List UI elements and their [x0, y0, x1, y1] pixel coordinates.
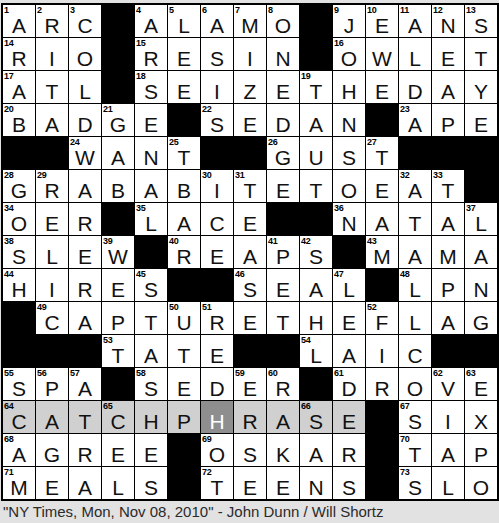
cell-letter: W [69, 146, 101, 169]
grid-cell-r2c3[interactable]: O [69, 38, 101, 70]
cell-letter: E [234, 377, 266, 400]
grid-cell-r13c4[interactable]: 65C [102, 401, 134, 433]
grid-cell-r13c2[interactable]: A [36, 401, 68, 433]
black-cell [102, 203, 134, 235]
cell-letter: L [102, 476, 134, 499]
cell-letter: S [399, 476, 431, 499]
grid-cell-r14c2[interactable]: G [36, 434, 68, 466]
grid-cell-r15c9[interactable]: E [267, 467, 299, 499]
grid-cell-r14c1[interactable]: 68A [3, 434, 35, 466]
grid-cell-r6c4[interactable]: B [102, 170, 134, 202]
grid-cell-r8c2[interactable]: L [36, 236, 68, 268]
grid-cell-r8c3[interactable]: E [69, 236, 101, 268]
cell-letter: P [36, 377, 68, 400]
grid-cell-r5c5[interactable]: N [135, 137, 167, 169]
cell-letter: E [366, 14, 398, 37]
grid-cell-r4c9[interactable]: D [267, 104, 299, 136]
grid-cell-r3c14[interactable]: A [432, 71, 464, 103]
black-cell [300, 368, 332, 400]
grid-cell-r14c15[interactable]: P [465, 434, 497, 466]
grid-cell-r7c1[interactable]: 34O [3, 203, 35, 235]
grid-cell-r4c14[interactable]: P [432, 104, 464, 136]
cell-letter: L [399, 278, 431, 301]
grid-cell-r4c2[interactable]: A [36, 104, 68, 136]
grid-cell-r7c14[interactable]: A [432, 203, 464, 235]
grid-cell-r8c10[interactable]: 42S [300, 236, 332, 268]
grid-cell-r8c7[interactable]: E [201, 236, 233, 268]
grid-cell-r13c3[interactable]: T [69, 401, 101, 433]
cell-letter: R [234, 410, 266, 433]
grid-cell-r13c13[interactable]: 67S [399, 401, 431, 433]
grid-cell-r2c7[interactable]: S [201, 38, 233, 70]
cell-letter: L [168, 14, 200, 37]
grid-cell-r3c2[interactable]: T [36, 71, 68, 103]
cell-letter: A [201, 14, 233, 37]
grid-cell-r9c10[interactable]: A [300, 269, 332, 301]
cell-letter: E [135, 113, 167, 136]
cell-letter: S [135, 80, 167, 103]
grid-cell-r2c9[interactable]: N [267, 38, 299, 70]
cell-letter: H [201, 410, 233, 433]
grid-cell-r7c12[interactable]: A [366, 203, 398, 235]
cell-letter: L [69, 80, 101, 103]
grid-cell-r13c11[interactable]: E [333, 401, 365, 433]
grid-cell-r14c10[interactable]: A [300, 434, 332, 466]
grid-cell-r10c11[interactable]: E [333, 302, 365, 334]
grid-cell-r7c5[interactable]: 35L [135, 203, 167, 235]
black-cell [300, 203, 332, 235]
cell-letter: A [432, 80, 464, 103]
grid-cell-r12c15[interactable]: 63E [465, 368, 497, 400]
grid-cell-r2c12[interactable]: W [366, 38, 398, 70]
grid-cell-r10c4[interactable]: P [102, 302, 134, 334]
cell-letter: A [69, 179, 101, 202]
grid-cell-r12c2[interactable]: 56P [36, 368, 68, 400]
grid-cell-r10c8[interactable]: E [234, 302, 266, 334]
cell-letter: P [102, 311, 134, 334]
cell-letter: E [267, 278, 299, 301]
grid-cell-r10c6[interactable]: 50U [168, 302, 200, 334]
grid-cell-r11c5[interactable]: A [135, 335, 167, 367]
cell-letter: R [201, 311, 233, 334]
black-cell [168, 269, 200, 301]
grid-cell-r8c13[interactable]: A [399, 236, 431, 268]
grid-cell-r13c8[interactable]: R [234, 401, 266, 433]
cell-letter: M [432, 245, 464, 268]
cell-letter: P [267, 245, 299, 268]
grid-cell-r12c14[interactable]: 62V [432, 368, 464, 400]
grid-cell-r12c6[interactable]: E [168, 368, 200, 400]
grid-cell-r11c13[interactable]: C [399, 335, 431, 367]
cell-letter: M [234, 14, 266, 37]
grid-cell-r11c7[interactable]: E [201, 335, 233, 367]
cell-letter: E [366, 179, 398, 202]
cell-letter: H [3, 278, 35, 301]
grid-cell-r6c13[interactable]: 32A [399, 170, 431, 202]
cell-letter: H [333, 80, 365, 103]
cell-letter: E [267, 476, 299, 499]
grid-cell-r11c11[interactable]: A [333, 335, 365, 367]
cell-letter: E [36, 212, 68, 235]
grid-cell-r9c4[interactable]: E [102, 269, 134, 301]
cell-letter: E [201, 245, 233, 268]
grid-cell-r6c11[interactable]: O [333, 170, 365, 202]
black-cell [465, 170, 497, 202]
grid-cell-r5c10[interactable]: U [300, 137, 332, 169]
grid-cell-r2c2[interactable]: I [36, 38, 68, 70]
cell-letter: E [267, 80, 299, 103]
grid-cell-r4c1[interactable]: 20B [3, 104, 35, 136]
grid-cell-r9c14[interactable]: P [432, 269, 464, 301]
grid-cell-r10c2[interactable]: 49C [36, 302, 68, 334]
grid-cell-r10c9[interactable]: T [267, 302, 299, 334]
grid-cell-r1c8[interactable]: 7M [234, 5, 266, 37]
black-cell [333, 236, 365, 268]
grid-cell-r3c11[interactable]: H [333, 71, 365, 103]
grid-cell-r10c12[interactable]: 52F [366, 302, 398, 334]
grid-cell-r2c1[interactable]: 14R [3, 38, 35, 70]
cell-letter: A [36, 410, 68, 433]
cell-letter: T [399, 443, 431, 466]
grid-cell-r8c12[interactable]: 43M [366, 236, 398, 268]
grid-cell-r10c10[interactable]: H [300, 302, 332, 334]
grid-cell-r1c5[interactable]: 4A [135, 5, 167, 37]
grid-cell-r14c8[interactable]: S [234, 434, 266, 466]
grid-cell-r12c7[interactable]: D [201, 368, 233, 400]
grid-cell-r15c11[interactable]: S [333, 467, 365, 499]
grid-cell-r15c15[interactable]: O [465, 467, 497, 499]
grid-cell-r3c9[interactable]: E [267, 71, 299, 103]
grid-cell-r7c2[interactable]: E [36, 203, 68, 235]
grid-cell-r2c8[interactable]: I [234, 38, 266, 70]
cell-letter: O [201, 443, 233, 466]
grid-cell-r9c13[interactable]: 48L [399, 269, 431, 301]
black-cell [3, 137, 35, 169]
grid-cell-r6c1[interactable]: 28G [3, 170, 35, 202]
cell-letter: A [234, 245, 266, 268]
cell-letter: L [333, 278, 365, 301]
cell-letter: S [333, 476, 365, 499]
black-cell [366, 467, 398, 499]
grid-cell-r4c8[interactable]: E [234, 104, 266, 136]
grid-cell-r2c11[interactable]: 16O [333, 38, 365, 70]
grid-cell-r15c7[interactable]: 72T [201, 467, 233, 499]
cell-letter: T [366, 146, 398, 169]
grid-cell-r1c6[interactable]: 5L [168, 5, 200, 37]
grid-cell-r7c8[interactable]: E [234, 203, 266, 235]
cell-letter: S [3, 377, 35, 400]
cell-letter: I [36, 278, 68, 301]
cell-letter: R [36, 179, 68, 202]
grid-cell-r6c2[interactable]: 29R [36, 170, 68, 202]
cell-letter: J [333, 14, 365, 37]
cell-letter: E [102, 278, 134, 301]
grid-cell-r15c3[interactable]: A [69, 467, 101, 499]
grid-cell-r3c10[interactable]: 19T [300, 71, 332, 103]
grid-cell-r6c12[interactable]: E [366, 170, 398, 202]
cell-letter: P [168, 410, 200, 433]
grid-cell-r15c1[interactable]: 71M [3, 467, 35, 499]
grid-cell-r10c3[interactable]: A [69, 302, 101, 334]
grid-cell-r15c13[interactable]: 73S [399, 467, 431, 499]
grid-cell-r3c15[interactable]: Y [465, 71, 497, 103]
grid-cell-r9c11[interactable]: 47L [333, 269, 365, 301]
grid-cell-r13c15[interactable]: X [465, 401, 497, 433]
grid-cell-r14c13[interactable]: 70T [399, 434, 431, 466]
grid-cell-r3c5[interactable]: 18S [135, 71, 167, 103]
cell-letter: B [3, 113, 35, 136]
grid-cell-r9c8[interactable]: 46S [234, 269, 266, 301]
cell-letter: T [102, 344, 134, 367]
grid-cell-r1c3[interactable]: 3C [69, 5, 101, 37]
grid-cell-r4c13[interactable]: 23A [399, 104, 431, 136]
grid-cell-r3c7[interactable]: I [201, 71, 233, 103]
grid-cell-r6c3[interactable]: A [69, 170, 101, 202]
grid-cell-r7c13[interactable]: T [399, 203, 431, 235]
cell-letter: R [366, 377, 398, 400]
grid-cell-r1c12[interactable]: 10E [366, 5, 398, 37]
cell-letter: L [399, 47, 431, 70]
black-cell [3, 302, 35, 334]
grid-cell-r4c10[interactable]: A [300, 104, 332, 136]
cell-letter: A [432, 212, 464, 235]
cell-letter: R [3, 47, 35, 70]
cell-letter: Y [465, 80, 497, 103]
cell-letter: A [102, 146, 134, 169]
black-cell [36, 137, 68, 169]
grid-cell-r5c6[interactable]: 25T [168, 137, 200, 169]
grid-cell-r15c2[interactable]: E [36, 467, 68, 499]
grid-cell-r12c1[interactable]: 55S [3, 368, 35, 400]
grid-cell-r12c8[interactable]: 59E [234, 368, 266, 400]
grid-cell-r8c4[interactable]: 39W [102, 236, 134, 268]
cell-letter: S [234, 443, 266, 466]
cell-letter: A [465, 245, 497, 268]
cell-letter: L [432, 476, 464, 499]
black-cell [102, 38, 134, 70]
black-cell [234, 137, 266, 169]
grid-cell-r10c5[interactable]: T [135, 302, 167, 334]
grid-cell-r14c11[interactable]: R [333, 434, 365, 466]
grid-cell-r13c14[interactable]: I [432, 401, 464, 433]
grid-cell-r14c14[interactable]: A [432, 434, 464, 466]
cell-letter: T [69, 410, 101, 433]
grid-cell-r8c15[interactable]: A [465, 236, 497, 268]
grid-cell-r4c11[interactable]: N [333, 104, 365, 136]
cell-letter: H [135, 410, 167, 433]
grid-cell-r2c13[interactable]: L [399, 38, 431, 70]
grid-cell-r13c10[interactable]: 66S [300, 401, 332, 433]
grid-cell-r11c4[interactable]: 53T [102, 335, 134, 367]
grid-cell-r6c14[interactable]: 33T [432, 170, 464, 202]
black-cell [102, 71, 134, 103]
grid-cell-r1c11[interactable]: 9J [333, 5, 365, 37]
cell-letter: S [300, 410, 332, 433]
cell-letter: S [300, 245, 332, 268]
grid-cell-r7c6[interactable]: A [168, 203, 200, 235]
cell-letter: A [135, 344, 167, 367]
grid-cell-r14c7[interactable]: 69O [201, 434, 233, 466]
grid-cell-r15c5[interactable]: S [135, 467, 167, 499]
cell-letter: A [333, 344, 365, 367]
grid-cell-r7c3[interactable]: R [69, 203, 101, 235]
black-cell [36, 335, 68, 367]
grid-cell-r15c14[interactable]: L [432, 467, 464, 499]
grid-cell-r5c4[interactable]: A [102, 137, 134, 169]
grid-cell-r15c4[interactable]: L [102, 467, 134, 499]
black-cell [366, 104, 398, 136]
cell-letter: A [3, 443, 35, 466]
cell-letter: R [333, 443, 365, 466]
grid-cell-r14c4[interactable]: E [102, 434, 134, 466]
grid-cell-r4c7[interactable]: 22S [201, 104, 233, 136]
grid-cell-r1c1[interactable]: 1A [3, 5, 35, 37]
cell-letter: A [3, 80, 35, 103]
grid-cell-r10c13[interactable]: L [399, 302, 431, 334]
cell-letter: W [366, 47, 398, 70]
grid-cell-r13c5[interactable]: H [135, 401, 167, 433]
grid-cell-r15c8[interactable]: E [234, 467, 266, 499]
grid-cell-r10c15[interactable]: G [465, 302, 497, 334]
grid-cell-r1c9[interactable]: 8O [267, 5, 299, 37]
grid-cell-r12c9[interactable]: 60R [267, 368, 299, 400]
grid-cell-r14c9[interactable]: K [267, 434, 299, 466]
board-wrap: 1A2R3C4A5L6A7M8O9J10E11A12N13S14RIO15RES… [0, 0, 499, 501]
cell-letter: T [267, 311, 299, 334]
grid-cell-r3c1[interactable]: 17A [3, 71, 35, 103]
grid-cell-r12c5[interactable]: 58S [135, 368, 167, 400]
grid-cell-r14c5[interactable]: E [135, 434, 167, 466]
cell-letter: F [366, 311, 398, 334]
grid-cell-r7c7[interactable]: C [201, 203, 233, 235]
grid-cell-r6c10[interactable]: T [300, 170, 332, 202]
cell-letter: S [201, 47, 233, 70]
cell-letter: E [267, 179, 299, 202]
black-cell [3, 335, 35, 367]
grid-cell-r9c5[interactable]: 45S [135, 269, 167, 301]
black-cell [102, 368, 134, 400]
grid-cell-r15c10[interactable]: N [300, 467, 332, 499]
cell-letter: C [3, 410, 35, 433]
grid-cell-r9c1[interactable]: 44H [3, 269, 35, 301]
cell-letter: L [36, 245, 68, 268]
black-cell [366, 434, 398, 466]
cell-letter: S [465, 14, 497, 37]
grid-cell-r12c3[interactable]: 57A [69, 368, 101, 400]
grid-cell-r10c7[interactable]: 51R [201, 302, 233, 334]
grid-cell-r9c3[interactable]: R [69, 269, 101, 301]
cell-letter: E [234, 311, 266, 334]
grid-cell-r8c1[interactable]: 38S [3, 236, 35, 268]
grid-cell-r1c15[interactable]: 13S [465, 5, 497, 37]
cell-letter: D [399, 80, 431, 103]
grid-cell-r6c8[interactable]: 31T [234, 170, 266, 202]
grid-cell-r1c13[interactable]: 11A [399, 5, 431, 37]
grid-cell-r13c6[interactable]: P [168, 401, 200, 433]
grid-cell-r13c7[interactable]: H [201, 401, 233, 433]
grid-cell-r11c12[interactable]: I [366, 335, 398, 367]
grid-cell-r2c15[interactable]: T [465, 38, 497, 70]
cell-letter: C [69, 14, 101, 37]
grid-cell-r8c8[interactable]: A [234, 236, 266, 268]
grid-cell-r12c12[interactable]: R [366, 368, 398, 400]
grid-cell-r11c10[interactable]: 54L [300, 335, 332, 367]
grid-cell-r2c6[interactable]: E [168, 38, 200, 70]
grid-cell-r3c6[interactable]: E [168, 71, 200, 103]
grid-cell-r3c3[interactable]: L [69, 71, 101, 103]
grid-cell-r3c12[interactable]: E [366, 71, 398, 103]
black-cell [135, 236, 167, 268]
grid-cell-r4c4[interactable]: 21G [102, 104, 134, 136]
grid-cell-r2c14[interactable]: E [432, 38, 464, 70]
cell-letter: R [69, 212, 101, 235]
cell-letter: P [465, 443, 497, 466]
cell-letter: A [69, 311, 101, 334]
grid-cell-r8c14[interactable]: M [432, 236, 464, 268]
grid-cell-r6c5[interactable]: A [135, 170, 167, 202]
cell-letter: E [36, 476, 68, 499]
cell-letter: G [465, 311, 497, 334]
cell-letter: T [36, 80, 68, 103]
grid-cell-r4c15[interactable]: E [465, 104, 497, 136]
grid-cell-r9c15[interactable]: N [465, 269, 497, 301]
grid-cell-r6c9[interactable]: E [267, 170, 299, 202]
cell-letter: R [267, 377, 299, 400]
grid-cell-r4c5[interactable]: E [135, 104, 167, 136]
grid-cell-r10c14[interactable]: A [432, 302, 464, 334]
grid-cell-r9c9[interactable]: E [267, 269, 299, 301]
cell-letter: T [399, 212, 431, 235]
cell-letter: P [432, 113, 464, 136]
grid-cell-r5c9[interactable]: 26G [267, 137, 299, 169]
cell-letter: S [333, 146, 365, 169]
grid-cell-r9c2[interactable]: I [36, 269, 68, 301]
grid-cell-r2c5[interactable]: 15R [135, 38, 167, 70]
grid-cell-r12c13[interactable]: O [399, 368, 431, 400]
grid-cell-r8c9[interactable]: 41P [267, 236, 299, 268]
cell-letter: A [432, 311, 464, 334]
cell-letter: O [333, 179, 365, 202]
cell-letter: S [135, 278, 167, 301]
grid-cell-r8c6[interactable]: 40R [168, 236, 200, 268]
crossword-app: 1A2R3C4A5L6A7M8O9J10E11A12N13S14RIO15RES… [0, 0, 499, 523]
cell-letter: T [465, 47, 497, 70]
cell-letter: O [333, 47, 365, 70]
grid-cell-r1c14[interactable]: 12N [432, 5, 464, 37]
grid-cell-r5c12[interactable]: 27T [366, 137, 398, 169]
grid-cell-r3c13[interactable]: D [399, 71, 431, 103]
grid-cell-r5c3[interactable]: 24W [69, 137, 101, 169]
grid-cell-r13c9[interactable]: A [267, 401, 299, 433]
grid-cell-r1c7[interactable]: 6A [201, 5, 233, 37]
grid-cell-r6c6[interactable]: B [168, 170, 200, 202]
cell-letter: A [135, 14, 167, 37]
grid-cell-r3c8[interactable]: Z [234, 71, 266, 103]
black-cell [102, 5, 134, 37]
grid-cell-r6c7[interactable]: 30I [201, 170, 233, 202]
grid-cell-r7c15[interactable]: 37L [465, 203, 497, 235]
cell-letter: H [300, 311, 332, 334]
grid-cell-r12c11[interactable]: 61D [333, 368, 365, 400]
grid-cell-r5c11[interactable]: S [333, 137, 365, 169]
grid-cell-r4c3[interactable]: D [69, 104, 101, 136]
grid-cell-r14c3[interactable]: R [69, 434, 101, 466]
grid-cell-r1c2[interactable]: 2R [36, 5, 68, 37]
grid-cell-r11c6[interactable]: T [168, 335, 200, 367]
cell-letter: C [36, 311, 68, 334]
grid-cell-r7c11[interactable]: 36N [333, 203, 365, 235]
grid-cell-r13c1[interactable]: 64C [3, 401, 35, 433]
